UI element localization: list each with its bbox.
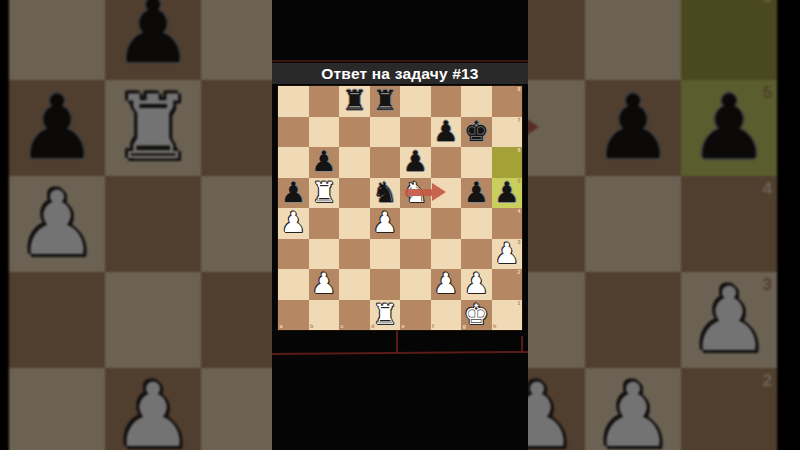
square-c3 <box>339 239 370 270</box>
annotation-line-vertical-2 <box>521 336 523 353</box>
square-b4 <box>309 208 340 239</box>
annotation-line-top <box>272 60 528 62</box>
video-strip: Ответ на задачу #13 ♜♜8♟♚7♟♟6♟♜♞♞♟♟5♟♟4♟… <box>272 0 528 450</box>
coord-rank-1: 1 <box>517 301 520 306</box>
square-g5: ♟ <box>585 80 681 176</box>
square-g1: ♚g <box>461 300 492 331</box>
square-a6 <box>278 147 309 178</box>
square-b5: ♜ <box>105 80 201 176</box>
piece-black-pawn: ♟ <box>17 84 96 172</box>
coord-file-e: e <box>402 324 405 329</box>
square-a8 <box>278 86 309 117</box>
square-d5: ♞ <box>370 178 401 209</box>
square-h5: ♟5 <box>681 80 777 176</box>
move-arrow-shaft <box>405 189 432 196</box>
square-a5: ♟ <box>278 178 309 209</box>
square-h7: 7 <box>492 117 523 148</box>
square-h8: 8 <box>492 86 523 117</box>
video-screenshot: ♜♜8♟♚7♟♟6♟♜♞♞♟♟5♟♟4♟3♟♟♟2abc♜def♚g1h Отв… <box>0 0 800 450</box>
piece-white-pawn: ♟ <box>464 270 489 298</box>
piece-black-rook: ♜ <box>342 87 367 115</box>
square-b6: ♟ <box>309 147 340 178</box>
piece-black-knight: ♞ <box>372 179 397 207</box>
coord-file-f: f <box>432 324 434 329</box>
square-a1: a <box>278 300 309 331</box>
square-h6: 6 <box>681 0 777 80</box>
square-d8: ♜ <box>370 86 401 117</box>
square-h3: ♟3 <box>492 239 523 270</box>
square-f2: ♟ <box>431 269 462 300</box>
square-b2: ♟ <box>309 269 340 300</box>
square-c5 <box>339 178 370 209</box>
square-a7 <box>278 117 309 148</box>
piece-white-pawn: ♟ <box>372 209 397 237</box>
square-b2: ♟ <box>105 368 201 450</box>
square-f1: f <box>431 300 462 331</box>
square-g2: ♟ <box>461 269 492 300</box>
square-h2: 2 <box>681 368 777 450</box>
piece-white-pawn: ♟ <box>113 372 192 450</box>
square-e1: e <box>400 300 431 331</box>
coord-rank-2: 2 <box>517 270 520 275</box>
coord-rank-6: 6 <box>763 0 773 5</box>
title-band: Ответ на задачу #13 <box>272 63 528 84</box>
piece-white-pawn: ♟ <box>311 270 336 298</box>
annotation-line-vertical-1 <box>396 331 398 353</box>
piece-white-pawn: ♟ <box>494 240 519 268</box>
square-d1: ♜d <box>370 300 401 331</box>
square-f7: ♟ <box>431 117 462 148</box>
square-e7 <box>400 117 431 148</box>
coord-file-c: c <box>341 324 344 329</box>
square-e2 <box>400 269 431 300</box>
piece-white-pawn: ♟ <box>281 209 306 237</box>
square-d6 <box>370 147 401 178</box>
coord-file-h: h <box>493 324 496 329</box>
square-d7 <box>370 117 401 148</box>
piece-black-pawn: ♟ <box>689 84 768 172</box>
piece-black-rook: ♜ <box>372 87 397 115</box>
square-b3 <box>309 239 340 270</box>
coord-rank-2: 2 <box>763 372 773 389</box>
square-a3 <box>9 272 105 368</box>
square-b5: ♜ <box>309 178 340 209</box>
puzzle-board: ♜♜8♟♚7♟♟6♟♜♞♞♟♟5♟♟4♟3♟♟♟2abc♜def♚g1h <box>277 85 523 331</box>
square-g7: ♚ <box>461 117 492 148</box>
square-b8 <box>309 86 340 117</box>
square-g5: ♟ <box>461 178 492 209</box>
square-g8 <box>461 86 492 117</box>
piece-black-pawn: ♟ <box>311 148 336 176</box>
piece-black-pawn: ♟ <box>464 179 489 207</box>
piece-black-pawn: ♟ <box>403 148 428 176</box>
square-h6: 6 <box>492 147 523 178</box>
square-a3 <box>278 239 309 270</box>
square-b6: ♟ <box>105 0 201 80</box>
square-g6 <box>461 147 492 178</box>
piece-white-king: ♚ <box>464 301 489 329</box>
square-g6 <box>585 0 681 80</box>
square-e4 <box>400 208 431 239</box>
square-a6 <box>9 0 105 80</box>
square-g3 <box>461 239 492 270</box>
piece-black-pawn: ♟ <box>113 0 192 76</box>
square-f4 <box>431 208 462 239</box>
square-f3 <box>431 239 462 270</box>
coord-file-a: a <box>280 324 283 329</box>
piece-white-pawn: ♟ <box>433 270 458 298</box>
square-f6 <box>431 147 462 178</box>
square-d2 <box>370 269 401 300</box>
square-c4 <box>339 208 370 239</box>
square-f8 <box>431 86 462 117</box>
piece-white-rook: ♜ <box>372 301 397 329</box>
square-d3 <box>370 239 401 270</box>
square-c6 <box>339 147 370 178</box>
square-a4: ♟ <box>9 176 105 272</box>
piece-white-pawn: ♟ <box>689 276 768 364</box>
square-b7 <box>309 117 340 148</box>
square-a4: ♟ <box>278 208 309 239</box>
piece-white-pawn: ♟ <box>17 180 96 268</box>
square-c7 <box>339 117 370 148</box>
coord-rank-4: 4 <box>763 180 773 197</box>
square-h4: 4 <box>492 208 523 239</box>
annotation-line-bottom <box>272 351 528 355</box>
square-e8 <box>400 86 431 117</box>
square-h2: 2 <box>492 269 523 300</box>
square-h1: 1h <box>492 300 523 331</box>
move-arrow-head <box>432 183 446 201</box>
piece-black-pawn: ♟ <box>281 179 306 207</box>
square-a2 <box>278 269 309 300</box>
piece-black-pawn: ♟ <box>433 118 458 146</box>
square-b1: b <box>309 300 340 331</box>
square-g3 <box>585 272 681 368</box>
piece-black-pawn: ♟ <box>494 179 519 207</box>
piece-white-rook: ♜ <box>311 179 336 207</box>
square-h3: ♟3 <box>681 272 777 368</box>
square-h4: 4 <box>681 176 777 272</box>
square-c1: c <box>339 300 370 331</box>
square-h5: ♟5 <box>492 178 523 209</box>
square-c2 <box>339 269 370 300</box>
square-e6: ♟ <box>400 147 431 178</box>
piece-white-rook: ♜ <box>113 84 192 172</box>
coord-rank-4: 4 <box>517 209 520 214</box>
video-title-label: Ответ на задачу #13 <box>321 65 478 83</box>
square-a2 <box>9 368 105 450</box>
square-g2: ♟ <box>585 368 681 450</box>
piece-white-pawn: ♟ <box>593 372 672 450</box>
square-b4 <box>105 176 201 272</box>
square-b3 <box>105 272 201 368</box>
square-e3 <box>400 239 431 270</box>
coord-file-b: b <box>310 324 313 329</box>
square-g4 <box>461 208 492 239</box>
coord-rank-7: 7 <box>517 118 520 123</box>
piece-black-pawn: ♟ <box>593 84 672 172</box>
piece-black-king: ♚ <box>464 118 489 146</box>
square-g4 <box>585 176 681 272</box>
coord-rank-6: 6 <box>517 148 520 153</box>
square-c8: ♜ <box>339 86 370 117</box>
square-a5: ♟ <box>9 80 105 176</box>
coord-rank-8: 8 <box>517 87 520 92</box>
square-d4: ♟ <box>370 208 401 239</box>
